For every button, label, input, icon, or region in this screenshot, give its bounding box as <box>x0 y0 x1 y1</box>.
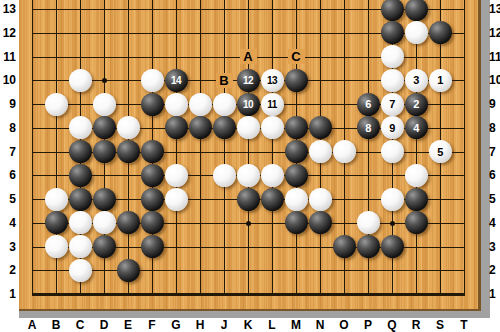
stone-black-N4[interactable] <box>309 211 332 234</box>
row-label-left-8: 8 <box>1 121 16 135</box>
row-label-right-5: 5 <box>489 192 496 206</box>
grid-vline-A <box>32 0 33 295</box>
col-label-T: T <box>452 318 476 332</box>
stone-black-M8[interactable] <box>285 116 308 139</box>
stone-black-Q13[interactable] <box>381 0 404 21</box>
grid-vline-T <box>464 0 465 295</box>
stone-white-J9[interactable] <box>213 93 236 116</box>
col-label-N: N <box>308 318 332 332</box>
stone-white-move-11-L9[interactable]: 11 <box>261 93 284 116</box>
col-label-F: F <box>140 318 164 332</box>
stone-white-F10[interactable] <box>141 69 164 92</box>
col-label-G: G <box>164 318 188 332</box>
stone-black-R4[interactable] <box>405 211 428 234</box>
stone-white-H9[interactable] <box>189 93 212 116</box>
row-label-right-3: 3 <box>489 240 496 254</box>
row-label-left-1: 1 <box>1 287 16 301</box>
stone-white-L8[interactable] <box>261 116 284 139</box>
stone-black-E2[interactable] <box>117 259 140 282</box>
row-label-left-12: 12 <box>1 26 16 40</box>
stone-white-C8[interactable] <box>69 116 92 139</box>
stone-white-Q7[interactable] <box>381 140 404 163</box>
stone-black-Q3[interactable] <box>381 235 404 258</box>
stone-black-move-4-R8[interactable]: 4 <box>405 116 428 139</box>
stone-white-B3[interactable] <box>45 235 68 258</box>
col-label-B: B <box>44 318 68 332</box>
stone-black-S12[interactable] <box>429 21 452 44</box>
col-label-M: M <box>284 318 308 332</box>
col-label-C: C <box>68 318 92 332</box>
col-label-K: K <box>236 318 260 332</box>
stone-white-move-3-R10[interactable]: 3 <box>405 69 428 92</box>
annotation-B-J10: B <box>216 73 233 88</box>
stone-black-F9[interactable] <box>141 93 164 116</box>
stone-black-Q12[interactable] <box>381 21 404 44</box>
stone-white-E8[interactable] <box>117 116 140 139</box>
grid-vline-R <box>416 0 417 295</box>
col-label-S: S <box>428 318 452 332</box>
stone-black-move-14-G10[interactable]: 14 <box>165 69 188 92</box>
row-label-left-7: 7 <box>1 145 16 159</box>
stone-black-move-2-R9[interactable]: 2 <box>405 93 428 116</box>
stone-black-D8[interactable] <box>93 116 116 139</box>
stone-white-M5[interactable] <box>285 188 308 211</box>
stone-white-C2[interactable] <box>69 259 92 282</box>
col-label-A: A <box>20 318 44 332</box>
stone-black-J8[interactable] <box>213 116 236 139</box>
stone-black-M6[interactable] <box>285 164 308 187</box>
col-label-O: O <box>332 318 356 332</box>
row-label-right-1: 1 <box>489 287 496 301</box>
grid-vline-K <box>248 0 249 295</box>
stone-white-D9[interactable] <box>93 93 116 116</box>
stone-white-B9[interactable] <box>45 93 68 116</box>
stone-white-G5[interactable] <box>165 188 188 211</box>
row-label-left-2: 2 <box>1 263 16 277</box>
stone-black-M4[interactable] <box>285 211 308 234</box>
stone-black-D3[interactable] <box>93 235 116 258</box>
stone-black-C5[interactable] <box>69 188 92 211</box>
stone-black-R5[interactable] <box>405 188 428 211</box>
stone-white-move-13-L10[interactable]: 13 <box>261 69 284 92</box>
stone-white-move-9-Q8[interactable]: 9 <box>381 116 404 139</box>
col-label-R: R <box>404 318 428 332</box>
stone-black-F7[interactable] <box>141 140 164 163</box>
row-label-right-4: 4 <box>489 216 496 230</box>
stone-white-G9[interactable] <box>165 93 188 116</box>
stone-black-M7[interactable] <box>285 140 308 163</box>
stone-black-P3[interactable] <box>357 235 380 258</box>
stone-black-H8[interactable] <box>189 116 212 139</box>
stone-white-O7[interactable] <box>333 140 356 163</box>
stone-black-R13[interactable] <box>405 0 428 21</box>
go-board[interactable]: 1412133110116728945ABC131211109876543211… <box>0 0 500 332</box>
star-point-Q4 <box>390 221 395 226</box>
row-label-right-11: 11 <box>489 50 500 64</box>
stone-white-N5[interactable] <box>309 188 332 211</box>
stone-white-K8[interactable] <box>237 116 260 139</box>
row-label-right-8: 8 <box>489 121 496 135</box>
stone-white-move-7-Q9[interactable]: 7 <box>381 93 404 116</box>
row-label-right-6: 6 <box>489 168 496 182</box>
stone-black-E7[interactable] <box>117 140 140 163</box>
stone-white-P4[interactable] <box>357 211 380 234</box>
row-label-left-4: 4 <box>1 216 16 230</box>
stone-black-D5[interactable] <box>93 188 116 211</box>
row-label-right-2: 2 <box>489 263 496 277</box>
grid-vline-L <box>272 0 273 295</box>
stone-white-C10[interactable] <box>69 69 92 92</box>
stone-black-F5[interactable] <box>141 188 164 211</box>
stone-black-F4[interactable] <box>141 211 164 234</box>
board-frame-shadow-bottom <box>19 311 490 318</box>
stone-white-move-1-S10[interactable]: 1 <box>429 69 452 92</box>
stone-white-N7[interactable] <box>309 140 332 163</box>
stone-white-J6[interactable] <box>213 164 236 187</box>
stone-black-move-10-K9[interactable]: 10 <box>237 93 260 116</box>
row-label-left-10: 10 <box>1 73 16 87</box>
stone-black-move-12-K10[interactable]: 12 <box>237 69 260 92</box>
row-label-right-7: 7 <box>489 145 496 159</box>
stone-white-K6[interactable] <box>237 164 260 187</box>
row-label-left-6: 6 <box>1 168 16 182</box>
grid-hline-2 <box>32 270 465 271</box>
row-label-left-9: 9 <box>1 97 16 111</box>
stone-black-B4[interactable] <box>45 211 68 234</box>
col-label-Q: Q <box>380 318 404 332</box>
grid-vline-H <box>200 0 201 295</box>
col-label-P: P <box>356 318 380 332</box>
grid-vline-J <box>224 0 225 295</box>
row-label-left-13: 13 <box>1 2 16 16</box>
col-label-L: L <box>260 318 284 332</box>
stone-white-D4[interactable] <box>93 211 116 234</box>
row-label-left-11: 11 <box>1 50 16 64</box>
star-point-K4 <box>246 221 251 226</box>
grid-hline-1 <box>32 293 465 296</box>
col-label-D: D <box>92 318 116 332</box>
stone-white-Q10[interactable] <box>381 69 404 92</box>
row-label-right-9: 9 <box>489 97 496 111</box>
annotation-A-K11: A <box>240 49 257 64</box>
stone-black-N8[interactable] <box>309 116 332 139</box>
stone-black-move-8-P8[interactable]: 8 <box>357 116 380 139</box>
stone-black-C7[interactable] <box>69 140 92 163</box>
row-label-right-10: 10 <box>489 73 500 87</box>
stone-white-C3[interactable] <box>69 235 92 258</box>
stone-black-L5[interactable] <box>261 188 284 211</box>
go-diagram-page: 1412133110116728945ABC131211109876543211… <box>0 0 500 332</box>
stone-white-Q11[interactable] <box>381 45 404 68</box>
stone-black-E4[interactable] <box>117 211 140 234</box>
annotation-C-M11: C <box>288 49 305 64</box>
stone-black-F6[interactable] <box>141 164 164 187</box>
stone-black-move-6-P9[interactable]: 6 <box>357 93 380 116</box>
stone-white-R6[interactable] <box>405 164 428 187</box>
row-label-left-5: 5 <box>1 192 16 206</box>
stone-black-F3[interactable] <box>141 235 164 258</box>
row-label-right-12: 12 <box>489 26 500 40</box>
stone-black-G8[interactable] <box>165 116 188 139</box>
stone-white-move-5-S7[interactable]: 5 <box>429 140 452 163</box>
stone-black-M10[interactable] <box>285 69 308 92</box>
col-label-E: E <box>116 318 140 332</box>
stone-white-Q5[interactable] <box>381 188 404 211</box>
grid-vline-G <box>176 0 177 295</box>
stone-white-C4[interactable] <box>69 211 92 234</box>
stone-black-O3[interactable] <box>333 235 356 258</box>
stone-white-G6[interactable] <box>165 164 188 187</box>
stone-white-R12[interactable] <box>405 21 428 44</box>
col-label-J: J <box>212 318 236 332</box>
stone-white-L6[interactable] <box>261 164 284 187</box>
col-label-H: H <box>188 318 212 332</box>
stone-white-B5[interactable] <box>45 188 68 211</box>
stone-black-K5[interactable] <box>237 188 260 211</box>
stone-black-D7[interactable] <box>93 140 116 163</box>
stone-black-C6[interactable] <box>69 164 92 187</box>
row-label-left-3: 3 <box>1 240 16 254</box>
row-label-right-13: 13 <box>489 2 500 16</box>
